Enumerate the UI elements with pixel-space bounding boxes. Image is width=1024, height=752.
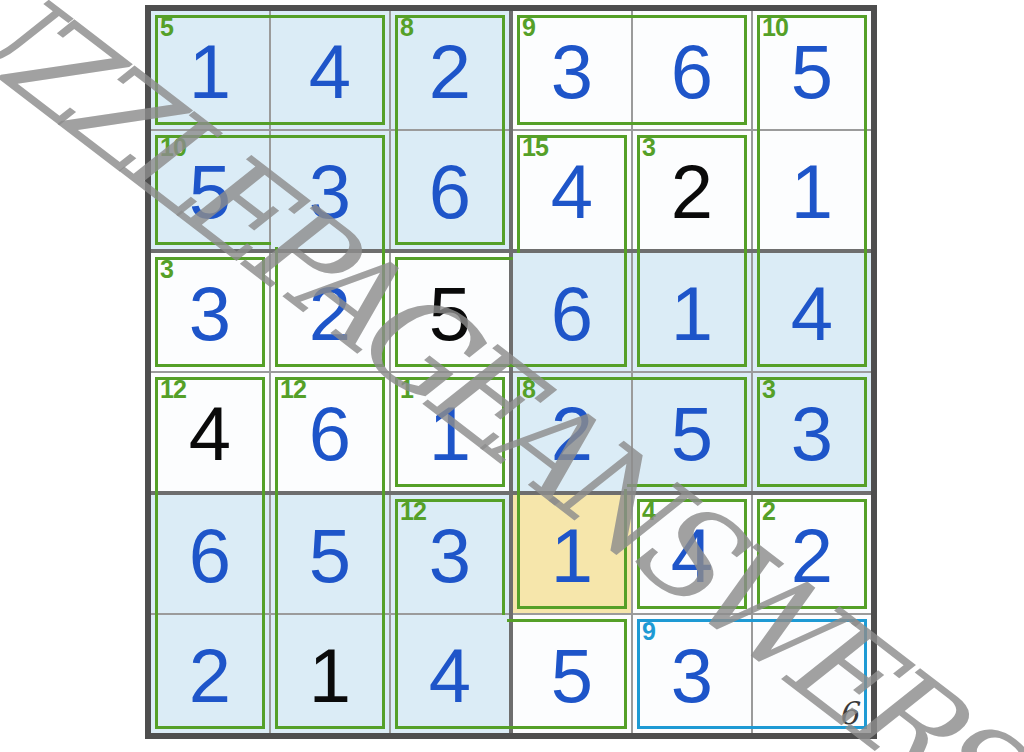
cell-r1c4[interactable]: 93: [513, 11, 631, 129]
cell-digit: 3: [429, 518, 471, 594]
cage-sum-label: 12: [280, 377, 306, 402]
cell-r4c6[interactable]: 33: [753, 373, 871, 491]
cage-sum-label: 3: [642, 135, 655, 160]
cell-r4c3[interactable]: 11: [391, 373, 509, 491]
cell-digit: 3: [309, 154, 351, 230]
cage-sum-label: 9: [522, 15, 535, 40]
cell-r3c6[interactable]: 4: [753, 253, 871, 371]
cell-digit: 1: [189, 34, 231, 110]
cell-digit: 2: [309, 276, 351, 352]
cell-r1c3[interactable]: 82: [391, 11, 509, 129]
cell-r6c3[interactable]: 4: [391, 615, 509, 733]
cell-digit: 6: [309, 396, 351, 472]
cell-digit: 2: [429, 34, 471, 110]
cell-r3c4[interactable]: 6: [513, 253, 631, 371]
cell-digit: 2: [551, 396, 593, 472]
cage-sum-label: 10: [762, 15, 788, 40]
cell-r6c4[interactable]: 5: [513, 615, 631, 733]
cell-digit: 2: [671, 154, 713, 230]
cell-r6c2[interactable]: 1: [271, 615, 389, 733]
cell-digit: 4: [551, 154, 593, 230]
cell-r1c5[interactable]: 6: [633, 11, 751, 129]
cell-r2c5[interactable]: 32: [633, 131, 751, 249]
cell-r4c2[interactable]: 126: [271, 373, 389, 491]
cell-digit: 4: [189, 396, 231, 472]
cell-r6c1[interactable]: 2: [151, 615, 269, 733]
cage-sum-label: 12: [400, 499, 426, 524]
cell-digit: 1: [791, 154, 833, 230]
cage-sum-label: 3: [762, 377, 775, 402]
cell-r6c5[interactable]: 93: [633, 615, 751, 733]
cage-sum-label: 8: [400, 15, 413, 40]
killer-sudoku-screen: 5148293610510536154321332561412412611825…: [0, 0, 1024, 752]
cell-r4c1[interactable]: 124: [151, 373, 269, 491]
cell-digit: 4: [671, 518, 713, 594]
cell-digit: 4: [309, 34, 351, 110]
pencil-mark: 6: [838, 698, 858, 729]
cage-sum-label: 5: [160, 15, 173, 40]
cell-r3c3[interactable]: 5: [391, 253, 509, 371]
cell-r1c1[interactable]: 51: [151, 11, 269, 129]
cell-r1c6[interactable]: 105: [753, 11, 871, 129]
cell-r1c2[interactable]: 4: [271, 11, 389, 129]
cell-r5c6[interactable]: 22: [753, 495, 871, 613]
cell-digit: 3: [551, 34, 593, 110]
cell-r5c5[interactable]: 44: [633, 495, 751, 613]
cage-sum-label: 8: [522, 377, 535, 402]
cage-sum-label: 4: [642, 499, 655, 524]
cage-sum-label: 3: [160, 257, 173, 282]
cage-sum-label: 2: [762, 499, 775, 524]
cell-r3c2[interactable]: 2: [271, 253, 389, 371]
cell-digit: 6: [429, 154, 471, 230]
cell-digit: 5: [671, 396, 713, 472]
cell-digit: 5: [429, 276, 471, 352]
cell-r3c5[interactable]: 1: [633, 253, 751, 371]
cell-digit: 6: [189, 518, 231, 594]
cell-r5c4[interactable]: 1: [513, 495, 631, 613]
cell-digit: 4: [791, 276, 833, 352]
cell-digit: 2: [791, 518, 833, 594]
cell-r4c5[interactable]: 5: [633, 373, 751, 491]
cell-r5c3[interactable]: 123: [391, 495, 509, 613]
cage-sum-label: 10: [160, 135, 186, 160]
sudoku-board: 5148293610510536154321332561412412611825…: [145, 5, 877, 739]
cage-sum-label: 12: [160, 377, 186, 402]
cell-digit: 3: [791, 396, 833, 472]
cell-r2c3[interactable]: 6: [391, 131, 509, 249]
cell-digit: 6: [551, 276, 593, 352]
cell-digit: 5: [791, 34, 833, 110]
cell-r2c4[interactable]: 154: [513, 131, 631, 249]
cell-digit: 1: [309, 638, 351, 714]
cell-digit: 4: [429, 638, 471, 714]
cell-digit: 5: [189, 154, 231, 230]
cell-r2c2[interactable]: 3: [271, 131, 389, 249]
cell-digit: 3: [189, 276, 231, 352]
cell-digit: 5: [551, 638, 593, 714]
cell-digit: 1: [429, 396, 471, 472]
cell-digit: 6: [671, 34, 713, 110]
cell-digit: 2: [189, 638, 231, 714]
cell-r5c2[interactable]: 5: [271, 495, 389, 613]
cell-r4c4[interactable]: 82: [513, 373, 631, 491]
cell-r6c6[interactable]: 6: [753, 615, 871, 733]
cage-sum-label: 9: [642, 619, 655, 644]
cell-r2c1[interactable]: 105: [151, 131, 269, 249]
cell-r3c1[interactable]: 33: [151, 253, 269, 371]
cell-digit: 1: [671, 276, 713, 352]
cage-sum-label: 15: [522, 135, 548, 160]
cage-sum-label: 1: [400, 377, 413, 402]
cell-r5c1[interactable]: 6: [151, 495, 269, 613]
cell-digit: 5: [309, 518, 351, 594]
cell-digit: 1: [551, 518, 593, 594]
cell-r2c6[interactable]: 1: [753, 131, 871, 249]
cell-digit: 3: [671, 638, 713, 714]
